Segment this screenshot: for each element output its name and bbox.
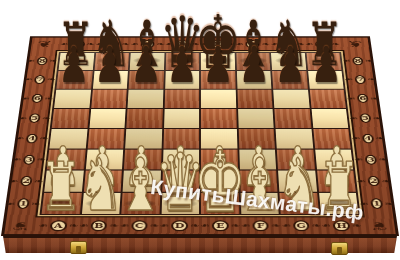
scroll-ornament-icon: ❧ — [378, 156, 388, 162]
rank-label-left-3-label: 3 — [23, 155, 36, 165]
file-label-top-a: ❧A❧ — [59, 36, 96, 52]
square-h5 — [311, 109, 348, 128]
rank-label-left-2: ❧2❧ — [7, 170, 44, 192]
square-d3 — [162, 149, 199, 169]
scroll-ornament-icon: ❧ — [18, 115, 28, 121]
scroll-ornament-icon: ❧ — [191, 41, 200, 46]
scroll-ornament-icon: ❧ — [226, 41, 235, 46]
square-g7 — [272, 71, 307, 89]
square-a2 — [44, 171, 83, 192]
square-f3 — [239, 149, 276, 169]
rank-label-right-5: ❧5❧ — [348, 108, 384, 128]
file-label-top-d-label: D — [175, 40, 189, 48]
square-c6 — [128, 90, 163, 108]
rank-label-left-4: ❧4❧ — [14, 128, 50, 149]
scroll-ornament-icon: ❧ — [356, 178, 366, 184]
square-c5 — [126, 109, 162, 128]
scroll-ornament-icon: ❧ — [240, 222, 250, 229]
file-label-top-b-label: B — [105, 40, 120, 48]
file-label-top-e: ❧E❧ — [200, 36, 235, 52]
file-label-bottom-e: ❧E❧ — [200, 215, 241, 236]
scroll-ornament-icon: ❧ — [351, 135, 361, 141]
square-b6 — [91, 90, 127, 108]
scroll-ornament-icon: ❧ — [349, 115, 359, 121]
scroll-ornament-icon: ❧ — [15, 135, 25, 141]
scroll-ornament-icon: ❧ — [44, 96, 54, 102]
rank-label-left-6: ❧6❧ — [20, 89, 55, 108]
rank-label-right-7-label: 7 — [354, 75, 366, 84]
file-label-bottom-a: ❧A❧ — [37, 215, 80, 236]
file-label-bottom-b: ❧B❧ — [78, 215, 120, 236]
square-g5 — [274, 109, 311, 128]
scroll-ornament-icon: ❧ — [78, 222, 89, 229]
file-label-top-b: ❧B❧ — [94, 36, 130, 52]
square-a3 — [47, 149, 85, 169]
square-g3 — [277, 149, 315, 169]
square-a4 — [49, 129, 87, 149]
file-label-top-f: ❧F❧ — [235, 36, 271, 52]
file-label-top-h-label: H — [315, 40, 330, 48]
scroll-ornament-icon: ❧ — [372, 115, 382, 121]
scroll-ornament-icon: ❧ — [60, 41, 69, 46]
scroll-ornament-icon: ❧ — [384, 200, 395, 207]
square-g8 — [271, 53, 306, 70]
rank-label-left-5: ❧5❧ — [17, 108, 53, 128]
scroll-ornament-icon: ❧ — [200, 222, 210, 229]
scroll-ornament-icon: ❧ — [370, 96, 380, 102]
square-b3 — [85, 149, 123, 169]
scroll-ornament-icon: ❧ — [23, 77, 33, 83]
brass-clasp-right — [331, 242, 348, 255]
scroll-ornament-icon: ❧ — [305, 41, 314, 46]
file-label-top-h: ❧H❧ — [304, 36, 341, 52]
square-d5 — [164, 109, 199, 128]
square-e5 — [201, 109, 236, 128]
file-label-top-a-label: A — [70, 40, 85, 48]
scroll-ornament-icon: ❧ — [49, 58, 58, 63]
square-e6 — [201, 90, 236, 108]
scroll-ornament-icon: ❧ — [26, 58, 36, 63]
square-b2 — [83, 171, 121, 192]
square-h8 — [306, 53, 341, 70]
scroll-ornament-icon: ❧ — [381, 178, 392, 184]
square-f5 — [238, 109, 274, 128]
square-h7 — [308, 71, 344, 89]
scroll-ornament-icon: ❧ — [5, 200, 16, 207]
square-e4 — [201, 129, 237, 149]
file-label-top-g-label: G — [280, 40, 295, 48]
square-h3 — [315, 149, 353, 169]
file-label-bottom-f-label: F — [252, 220, 269, 231]
square-e3 — [201, 149, 238, 169]
scroll-ornament-icon: ❧ — [364, 58, 374, 63]
corner-ornament-icon: ❦ — [370, 220, 388, 232]
scroll-ornament-icon: ❧ — [346, 96, 356, 102]
scroll-ornament-icon: ❧ — [281, 222, 291, 229]
file-label-top-d: ❧D❧ — [165, 36, 200, 52]
scroll-ornament-icon: ❧ — [121, 41, 130, 46]
rank-label-left-8: ❧8❧ — [25, 52, 59, 70]
square-h6 — [309, 90, 346, 108]
brass-clasp-left — [70, 241, 87, 254]
file-label-top-g: ❧G❧ — [270, 36, 306, 52]
rank-label-right-6-label: 6 — [357, 94, 369, 103]
rank-label-right-4: ❧4❧ — [350, 128, 386, 149]
file-label-top-e-label: E — [210, 40, 224, 48]
square-a5 — [52, 109, 89, 128]
file-label-bottom-e-label: E — [212, 220, 229, 231]
rank-label-right-4-label: 4 — [362, 134, 374, 144]
scroll-ornament-icon: ❧ — [230, 222, 240, 229]
square-h4 — [313, 129, 351, 149]
square-a8 — [59, 53, 94, 70]
square-d7 — [165, 71, 199, 89]
square-b4 — [87, 129, 124, 149]
file-label-top-f-label: F — [245, 40, 260, 48]
file-label-bottom-a-label: A — [50, 220, 68, 231]
corner-ornament-icon: ❦ — [37, 40, 53, 49]
scroll-ornament-icon: ❧ — [261, 41, 270, 46]
file-label-top-c-label: C — [140, 40, 155, 48]
rank-label-left-6-label: 6 — [31, 94, 43, 103]
scroll-ornament-icon: ❧ — [190, 222, 200, 229]
rank-label-left-1: ❧1❧ — [4, 192, 42, 215]
square-b7 — [92, 71, 127, 89]
square-a1 — [42, 192, 82, 214]
scroll-ornament-icon: ❧ — [270, 41, 279, 46]
rank-label-right-1-label: 1 — [370, 198, 383, 209]
square-e8 — [201, 53, 235, 70]
square-b5 — [89, 109, 126, 128]
file-label-bottom-d: ❧D❧ — [159, 215, 200, 236]
scroll-ornament-icon: ❧ — [159, 222, 169, 229]
rank-label-left-2-label: 2 — [20, 176, 33, 186]
square-g4 — [276, 129, 313, 149]
scroll-ornament-icon: ❧ — [33, 178, 43, 184]
scroll-ornament-icon: ❧ — [9, 178, 20, 184]
scroll-ornament-icon: ❧ — [344, 77, 354, 83]
square-d6 — [164, 90, 199, 108]
square-f8 — [236, 53, 270, 70]
scroll-ornament-icon: ❧ — [367, 77, 377, 83]
scroll-ornament-icon: ❧ — [321, 222, 332, 229]
square-e7 — [201, 71, 235, 89]
square-b1 — [81, 192, 120, 214]
rank-label-left-1-label: 1 — [17, 198, 30, 209]
scroll-ornament-icon: ❧ — [165, 41, 174, 46]
rank-label-right-7: ❧7❧ — [343, 70, 377, 89]
rank-label-right-3-label: 3 — [365, 155, 378, 165]
file-label-bottom-c: ❧C❧ — [119, 215, 160, 236]
scroll-ornament-icon: ❧ — [38, 222, 49, 229]
rank-label-right-5-label: 5 — [359, 114, 371, 123]
scroll-ornament-icon: ❧ — [39, 135, 49, 141]
file-label-bottom-f: ❧F❧ — [240, 215, 281, 236]
square-f7 — [236, 71, 271, 89]
scroll-ornament-icon: ❧ — [31, 200, 42, 207]
scroll-ornament-icon: ❧ — [41, 115, 51, 121]
square-f4 — [238, 129, 275, 149]
scroll-ornament-icon: ❧ — [21, 96, 31, 102]
scroll-ornament-icon: ❧ — [200, 41, 209, 46]
rank-label-left-7-label: 7 — [34, 75, 46, 84]
scroll-ornament-icon: ❧ — [95, 41, 104, 46]
file-label-bottom-c-label: C — [131, 220, 148, 231]
square-a6 — [54, 90, 91, 108]
scroll-ornament-icon: ❧ — [331, 41, 340, 46]
file-label-bottom-g-label: G — [292, 220, 309, 231]
square-c7 — [129, 71, 164, 89]
square-h2 — [317, 171, 356, 192]
scroll-ornament-icon: ❧ — [353, 156, 363, 162]
corner-ornament-icon: ❦ — [12, 220, 30, 232]
scroll-ornament-icon: ❧ — [36, 156, 46, 162]
square-a7 — [56, 71, 92, 89]
file-label-bottom-b-label: B — [90, 220, 107, 231]
square-g6 — [273, 90, 309, 108]
scroll-ornament-icon: ❧ — [342, 58, 351, 63]
square-c8 — [130, 53, 164, 70]
scroll-ornament-icon: ❧ — [271, 222, 281, 229]
rank-label-left-8-label: 8 — [36, 57, 47, 65]
rank-label-right-8-label: 8 — [352, 57, 363, 65]
square-c4 — [125, 129, 162, 149]
scroll-ornament-icon: ❧ — [119, 222, 129, 229]
corner-ornament-icon: ❦ — [347, 40, 363, 49]
square-c3 — [124, 149, 161, 169]
rank-label-left-7: ❧7❧ — [22, 70, 56, 89]
rank-label-left-3: ❧3❧ — [11, 149, 48, 170]
square-g2 — [278, 171, 316, 192]
rank-label-right-2-label: 2 — [367, 176, 380, 186]
rank-label-left-4-label: 4 — [26, 134, 38, 144]
file-label-top-c: ❧C❧ — [129, 36, 165, 52]
rank-label-right-2: ❧2❧ — [355, 170, 392, 192]
rank-label-left-5-label: 5 — [29, 114, 41, 123]
scroll-ornament-icon: ❧ — [46, 77, 56, 83]
square-f6 — [237, 90, 272, 108]
square-d8 — [165, 53, 199, 70]
product-photo: ❦ ❦ ❦ ❦ ❧A❧❧A❧❧B❧❧B❧❧C❧❧C❧❧D❧❧D❧❧E❧❧E❧❧F… — [0, 0, 400, 260]
file-label-bottom-d-label: D — [171, 220, 188, 231]
scroll-ornament-icon: ❧ — [109, 222, 119, 229]
scroll-ornament-icon: ❧ — [130, 41, 139, 46]
rank-label-right-3: ❧3❧ — [353, 149, 390, 170]
rank-label-right-6: ❧6❧ — [345, 89, 380, 108]
scroll-ornament-icon: ❧ — [235, 41, 244, 46]
rank-label-right-8: ❧8❧ — [341, 52, 375, 70]
scroll-ornament-icon: ❧ — [149, 222, 159, 229]
square-b8 — [94, 53, 129, 70]
square-d4 — [163, 129, 199, 149]
scroll-ornament-icon: ❧ — [375, 135, 385, 141]
scroll-ornament-icon: ❧ — [12, 156, 22, 162]
